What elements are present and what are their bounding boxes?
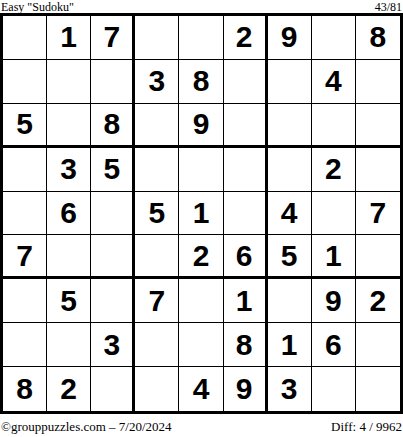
cell-r4c3[interactable]: 5 <box>91 148 135 192</box>
cell-r9c9[interactable] <box>356 367 400 411</box>
cell-r2c9[interactable] <box>356 60 400 104</box>
cell-r4c2[interactable]: 3 <box>47 148 91 192</box>
cell-r2c4[interactable]: 3 <box>135 60 179 104</box>
cell-r1c8[interactable] <box>312 16 356 60</box>
cell-r5c8[interactable] <box>312 192 356 236</box>
footer-difficulty: Diff: 4 / 9962 <box>331 420 402 433</box>
cell-r1c6[interactable]: 2 <box>224 16 268 60</box>
cell-r1c5[interactable] <box>179 16 223 60</box>
cell-r2c7[interactable] <box>268 60 312 104</box>
cell-r9c6[interactable]: 9 <box>224 367 268 411</box>
cell-r2c6[interactable] <box>224 60 268 104</box>
cell-r9c5[interactable]: 4 <box>179 367 223 411</box>
cell-r6c8[interactable]: 1 <box>312 235 356 279</box>
cell-r2c5[interactable]: 8 <box>179 60 223 104</box>
cell-r3c6[interactable] <box>224 104 268 148</box>
cell-r2c8[interactable]: 4 <box>312 60 356 104</box>
header: Easy "Sudoku" 43/81 <box>0 0 403 13</box>
cell-r5c5[interactable]: 1 <box>179 192 223 236</box>
puzzle-page: Easy "Sudoku" 43/81 17298384589352651477… <box>0 0 403 437</box>
cell-r8c6[interactable]: 8 <box>224 323 268 367</box>
cell-r5c3[interactable] <box>91 192 135 236</box>
cell-r6c5[interactable]: 2 <box>179 235 223 279</box>
cell-r5c4[interactable]: 5 <box>135 192 179 236</box>
cell-r2c3[interactable] <box>91 60 135 104</box>
cell-r1c4[interactable] <box>135 16 179 60</box>
cell-r8c3[interactable]: 3 <box>91 323 135 367</box>
cell-r9c4[interactable] <box>135 367 179 411</box>
cell-r3c5[interactable]: 9 <box>179 104 223 148</box>
cell-r6c2[interactable] <box>47 235 91 279</box>
cell-r3c7[interactable] <box>268 104 312 148</box>
cell-r8c1[interactable] <box>3 323 47 367</box>
page-title: Easy "Sudoku" <box>1 1 74 13</box>
cell-r5c6[interactable] <box>224 192 268 236</box>
cell-r3c9[interactable] <box>356 104 400 148</box>
cell-r2c1[interactable] <box>3 60 47 104</box>
cell-r5c2[interactable]: 6 <box>47 192 91 236</box>
footer-copyright: ©grouppuzzles.com – 7/20/2024 <box>1 420 172 433</box>
cell-r1c3[interactable]: 7 <box>91 16 135 60</box>
cell-r7c4[interactable]: 7 <box>135 279 179 323</box>
cell-r7c8[interactable]: 9 <box>312 279 356 323</box>
cell-r8c5[interactable] <box>179 323 223 367</box>
cell-r6c9[interactable] <box>356 235 400 279</box>
cell-r6c1[interactable]: 7 <box>3 235 47 279</box>
cell-r5c7[interactable]: 4 <box>268 192 312 236</box>
cell-r7c2[interactable]: 5 <box>47 279 91 323</box>
cell-r7c5[interactable] <box>179 279 223 323</box>
cell-r4c7[interactable] <box>268 148 312 192</box>
cell-r4c4[interactable] <box>135 148 179 192</box>
cell-r3c4[interactable] <box>135 104 179 148</box>
cell-r6c3[interactable] <box>91 235 135 279</box>
cell-r9c2[interactable]: 2 <box>47 367 91 411</box>
cell-r9c1[interactable]: 8 <box>3 367 47 411</box>
cell-r4c1[interactable] <box>3 148 47 192</box>
cell-r4c5[interactable] <box>179 148 223 192</box>
cell-r3c1[interactable]: 5 <box>3 104 47 148</box>
cell-r6c4[interactable] <box>135 235 179 279</box>
cell-r3c3[interactable]: 8 <box>91 104 135 148</box>
cell-r8c2[interactable] <box>47 323 91 367</box>
cell-r7c1[interactable] <box>3 279 47 323</box>
cell-r5c1[interactable] <box>3 192 47 236</box>
cell-r4c9[interactable] <box>356 148 400 192</box>
cell-r6c7[interactable]: 5 <box>268 235 312 279</box>
cell-r9c8[interactable] <box>312 367 356 411</box>
cell-r7c6[interactable]: 1 <box>224 279 268 323</box>
cell-r9c7[interactable]: 3 <box>268 367 312 411</box>
cell-r8c8[interactable]: 6 <box>312 323 356 367</box>
cell-r7c9[interactable]: 2 <box>356 279 400 323</box>
cell-r5c9[interactable]: 7 <box>356 192 400 236</box>
cell-r8c9[interactable] <box>356 323 400 367</box>
cell-r3c8[interactable] <box>312 104 356 148</box>
cell-r4c8[interactable]: 2 <box>312 148 356 192</box>
cell-r2c2[interactable] <box>47 60 91 104</box>
cell-r1c7[interactable]: 9 <box>268 16 312 60</box>
cell-r4c6[interactable] <box>224 148 268 192</box>
cell-r7c3[interactable] <box>91 279 135 323</box>
cell-r1c2[interactable]: 1 <box>47 16 91 60</box>
cell-r1c9[interactable]: 8 <box>356 16 400 60</box>
sudoku-board: 17298384589352651477265157192381682493 <box>0 13 403 414</box>
cell-r8c7[interactable]: 1 <box>268 323 312 367</box>
cell-r6c6[interactable]: 6 <box>224 235 268 279</box>
cell-r3c2[interactable] <box>47 104 91 148</box>
cell-r8c4[interactable] <box>135 323 179 367</box>
footer: ©grouppuzzles.com – 7/20/2024 Diff: 4 / … <box>0 414 403 437</box>
cell-r1c1[interactable] <box>3 16 47 60</box>
cell-r9c3[interactable] <box>91 367 135 411</box>
cell-r7c7[interactable] <box>268 279 312 323</box>
puzzle-counter: 43/81 <box>375 1 402 13</box>
